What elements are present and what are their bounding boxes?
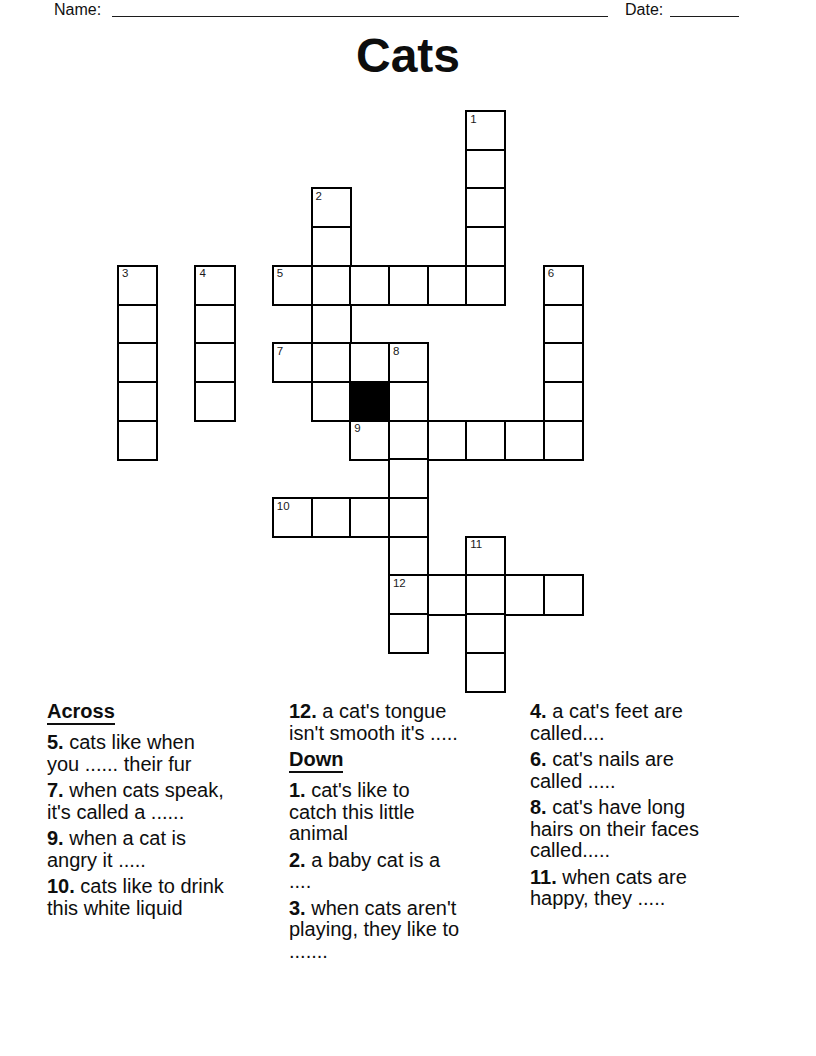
- grid-cell[interactable]: [543, 381, 584, 422]
- grid-cell[interactable]: 3: [117, 265, 158, 306]
- down-clue-8: 8. cat's have longhairs on their facesca…: [530, 797, 768, 862]
- puzzle-title: Cats: [0, 28, 816, 83]
- clue-number-5: 5: [277, 267, 283, 280]
- grid-cell[interactable]: [349, 497, 390, 538]
- black-cell: [349, 381, 390, 422]
- grid-cell[interactable]: [465, 187, 506, 228]
- date-write-line[interactable]: [670, 16, 739, 17]
- grid-cell[interactable]: [465, 652, 506, 693]
- across-clue-12: 12. a cat's tongueisn't smooth it's ....…: [289, 701, 507, 744]
- across-clue-9: 9. when a cat isangry it .....: [47, 828, 279, 871]
- across-clue-7: 7. when cats speak,it's called a ......: [47, 780, 279, 823]
- grid-cell[interactable]: 5: [272, 265, 313, 306]
- clue-number-11: 11: [470, 538, 482, 551]
- crossword-grid: 123456789101112: [117, 110, 587, 695]
- grid-cell[interactable]: [543, 574, 584, 615]
- grid-cell[interactable]: 12: [388, 574, 429, 615]
- grid-cell[interactable]: [427, 574, 468, 615]
- down-clue-4: 4. a cat's feet arecalled....: [530, 701, 768, 744]
- grid-cell[interactable]: [388, 613, 429, 654]
- across-clue-10: 10. cats like to drinkthis white liquid: [47, 876, 279, 919]
- crossword-worksheet: Name: Date: Cats 123456789101112 Across5…: [0, 0, 816, 1056]
- clue-column-3: 4. a cat's feet arecalled....6. cat's na…: [530, 701, 768, 915]
- across-clue-5: 5. cats like whenyou ...... their fur: [47, 732, 279, 775]
- grid-cell[interactable]: [311, 381, 352, 422]
- clue-number-7: 7: [277, 345, 283, 358]
- grid-cell[interactable]: [465, 613, 506, 654]
- grid-cell[interactable]: [465, 149, 506, 190]
- down-header: Down: [289, 749, 507, 773]
- grid-cell[interactable]: [194, 381, 235, 422]
- grid-cell[interactable]: [427, 265, 468, 306]
- grid-cell[interactable]: [388, 381, 429, 422]
- grid-cell[interactable]: [349, 265, 390, 306]
- grid-cell[interactable]: 11: [465, 536, 506, 577]
- grid-cell[interactable]: [194, 304, 235, 345]
- grid-cell[interactable]: [117, 342, 158, 383]
- grid-cell[interactable]: [311, 342, 352, 383]
- grid-cell[interactable]: [543, 304, 584, 345]
- grid-cell[interactable]: 9: [349, 420, 390, 461]
- grid-cell[interactable]: [388, 458, 429, 499]
- grid-cell[interactable]: 6: [543, 265, 584, 306]
- grid-cell[interactable]: [388, 420, 429, 461]
- grid-cell[interactable]: [311, 497, 352, 538]
- clue-number-8: 8: [393, 345, 399, 358]
- grid-cell[interactable]: [117, 420, 158, 461]
- date-label: Date:: [625, 1, 663, 19]
- grid-cell[interactable]: [465, 574, 506, 615]
- clue-number-9: 9: [354, 422, 360, 435]
- grid-cell[interactable]: [543, 420, 584, 461]
- clue-number-4: 4: [199, 267, 205, 280]
- grid-cell[interactable]: 1: [465, 110, 506, 151]
- name-write-line[interactable]: [112, 16, 608, 17]
- down-clue-11: 11. when cats arehappy, they .....: [530, 867, 768, 910]
- clue-number-12: 12: [393, 577, 406, 590]
- down-clue-3: 3. when cats aren'tplaying, they like to…: [289, 898, 507, 963]
- grid-cell[interactable]: [427, 420, 468, 461]
- grid-cell[interactable]: [311, 304, 352, 345]
- grid-cell[interactable]: 4: [194, 265, 235, 306]
- down-clue-6: 6. cat's nails arecalled .....: [530, 749, 768, 792]
- grid-cell[interactable]: [349, 342, 390, 383]
- clue-number-6: 6: [548, 267, 554, 280]
- clue-number-1: 1: [470, 113, 476, 126]
- name-label: Name:: [54, 1, 101, 19]
- grid-cell[interactable]: [388, 536, 429, 577]
- grid-cell[interactable]: [504, 420, 545, 461]
- grid-cell[interactable]: 8: [388, 342, 429, 383]
- across-header: Across: [47, 701, 279, 725]
- grid-cell[interactable]: 10: [272, 497, 313, 538]
- grid-cell[interactable]: [504, 574, 545, 615]
- clue-number-2: 2: [316, 190, 322, 203]
- grid-cell[interactable]: [311, 226, 352, 267]
- grid-cell[interactable]: [117, 381, 158, 422]
- clue-column-1: Across5. cats like whenyou ...... their …: [47, 701, 279, 924]
- grid-cell[interactable]: [388, 265, 429, 306]
- grid-cell[interactable]: [465, 265, 506, 306]
- grid-cell[interactable]: [465, 420, 506, 461]
- down-clue-1: 1. cat's like tocatch this littleanimal: [289, 780, 507, 845]
- down-clue-2: 2. a baby cat is a....: [289, 850, 507, 893]
- grid-cell[interactable]: 2: [311, 187, 352, 228]
- grid-cell[interactable]: [388, 497, 429, 538]
- clue-number-3: 3: [122, 267, 128, 280]
- grid-cell[interactable]: [194, 342, 235, 383]
- grid-cell[interactable]: [543, 342, 584, 383]
- clue-number-10: 10: [277, 500, 290, 513]
- clue-column-2: 12. a cat's tongueisn't smooth it's ....…: [289, 701, 507, 967]
- grid-cell[interactable]: 7: [272, 342, 313, 383]
- grid-cell[interactable]: [311, 265, 352, 306]
- grid-cell[interactable]: [117, 304, 158, 345]
- grid-cell[interactable]: [465, 226, 506, 267]
